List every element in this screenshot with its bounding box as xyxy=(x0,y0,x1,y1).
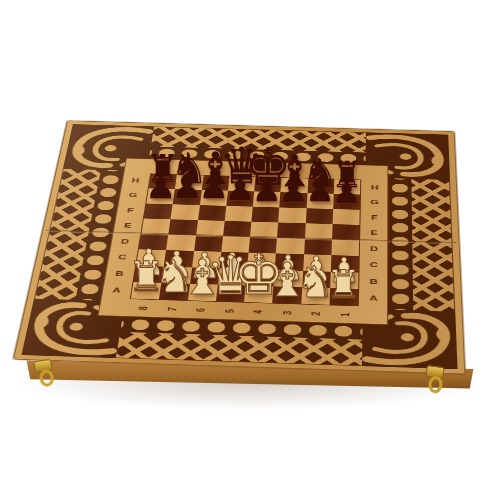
board-square[interactable] xyxy=(305,208,333,224)
coordinate-label: 2 xyxy=(308,163,335,178)
board-square[interactable] xyxy=(192,251,221,268)
board-square[interactable] xyxy=(136,249,166,266)
board-square[interactable] xyxy=(278,207,306,223)
board-square[interactable] xyxy=(201,175,229,190)
board-square[interactable] xyxy=(149,174,177,189)
chess-board: 8877665544332211HHGGFFEEDDCCBBAA xyxy=(13,121,466,375)
board-square[interactable] xyxy=(331,239,359,256)
coordinate-label: 2 xyxy=(300,305,330,323)
board-square[interactable] xyxy=(164,250,194,267)
coordinate-label: A xyxy=(101,281,133,299)
board-square[interactable] xyxy=(171,204,200,220)
coordinate-label: 6 xyxy=(203,160,231,175)
coordinate-label: G xyxy=(118,187,148,203)
board-square[interactable] xyxy=(159,283,189,301)
board-square[interactable] xyxy=(224,206,252,222)
brass-clasp-icon xyxy=(33,359,52,373)
board-square[interactable] xyxy=(307,179,334,194)
board-square[interactable] xyxy=(253,192,281,208)
board-square[interactable] xyxy=(139,234,169,251)
coordinate-label: 4 xyxy=(255,162,283,177)
coordinate-label: G xyxy=(361,194,389,210)
coordinate-label: 7 xyxy=(176,160,205,175)
board-square[interactable] xyxy=(272,286,301,304)
board-square[interactable] xyxy=(281,178,308,193)
board-square[interactable] xyxy=(332,209,359,225)
coordinate-label: 1 xyxy=(329,306,359,324)
coordinate-label: 3 xyxy=(282,163,310,178)
board-square[interactable] xyxy=(330,271,359,288)
board-square[interactable] xyxy=(304,239,332,256)
board-square[interactable] xyxy=(194,235,223,252)
coordinate-label: 3 xyxy=(271,304,301,322)
board-square[interactable] xyxy=(198,205,227,221)
board-square[interactable] xyxy=(333,194,360,210)
board-square[interactable] xyxy=(246,269,275,286)
board-square[interactable] xyxy=(249,237,278,254)
coordinate-label: 4 xyxy=(242,303,273,321)
board-square[interactable] xyxy=(274,270,303,287)
brass-clasp-icon xyxy=(425,365,444,379)
coordinate-label: 6 xyxy=(184,301,215,319)
coordinate-label: 8 xyxy=(150,159,179,174)
board-square[interactable] xyxy=(219,252,248,269)
board-square[interactable] xyxy=(144,203,173,219)
board-square[interactable] xyxy=(254,177,281,192)
coordinate-label: D xyxy=(360,240,388,257)
board-square[interactable] xyxy=(226,191,254,207)
coordinate-label: F xyxy=(360,209,388,225)
board-square[interactable] xyxy=(228,176,256,191)
coordinate-label: H xyxy=(121,173,150,188)
board-square[interactable] xyxy=(247,253,276,270)
coordinate-label: H xyxy=(361,180,388,196)
coordinate-label: 5 xyxy=(229,161,257,176)
coordinate-label: D xyxy=(110,233,141,250)
board-square[interactable] xyxy=(134,265,164,282)
board-square[interactable] xyxy=(221,236,250,253)
board-square[interactable] xyxy=(303,254,331,271)
coordinate-label: F xyxy=(115,202,145,218)
carved-circle-border-right xyxy=(388,166,413,326)
board-square[interactable] xyxy=(200,190,228,206)
board-square[interactable] xyxy=(306,193,333,209)
coordinate-label: B xyxy=(359,273,388,291)
board-square[interactable] xyxy=(175,175,203,190)
coordinate-label: 7 xyxy=(155,300,187,318)
board-square[interactable] xyxy=(146,188,175,204)
coordinate-label: 8 xyxy=(127,299,159,317)
board-square[interactable] xyxy=(334,179,361,194)
board-square[interactable] xyxy=(190,267,220,284)
coordinate-label: A xyxy=(359,289,388,307)
board-square[interactable] xyxy=(251,206,279,222)
board-square[interactable] xyxy=(218,268,248,285)
board-square[interactable] xyxy=(162,266,192,283)
coordinate-label: 1 xyxy=(335,164,362,179)
coordinate-label: C xyxy=(359,256,388,273)
photo-stage: 8877665544332211HHGGFFEEDDCCBBAA ♜♞♝♛♚♝♞… xyxy=(0,0,500,500)
board-square[interactable] xyxy=(187,284,217,302)
board-square[interactable] xyxy=(279,192,307,208)
board-square[interactable] xyxy=(275,254,304,271)
board-square[interactable] xyxy=(244,285,274,303)
board-square[interactable] xyxy=(216,284,246,302)
coordinate-label: C xyxy=(107,249,138,266)
board-square[interactable] xyxy=(329,288,358,306)
board-square[interactable] xyxy=(173,189,201,205)
coordinate-label: 5 xyxy=(213,302,244,320)
board-square[interactable] xyxy=(302,271,331,288)
board-square[interactable] xyxy=(276,238,304,255)
board-square[interactable] xyxy=(331,255,359,272)
board-square[interactable] xyxy=(131,282,162,300)
board-square[interactable] xyxy=(166,235,195,252)
board-square[interactable] xyxy=(301,287,330,305)
coordinate-label: B xyxy=(104,265,135,282)
